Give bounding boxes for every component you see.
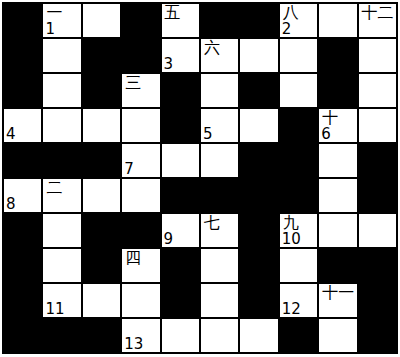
- white-cell-r8c3[interactable]: [122, 284, 159, 317]
- black-cell-r9c9: [359, 319, 396, 352]
- white-cell-r4c3[interactable]: 7: [122, 144, 159, 177]
- black-cell-r2c8: [319, 74, 356, 107]
- white-cell-r3c2[interactable]: [83, 109, 120, 142]
- across-clue-number-label: 2: [282, 21, 292, 37]
- black-cell-r7c4: [162, 249, 199, 282]
- black-cell-r1c8: [319, 39, 356, 72]
- white-cell-r5c2[interactable]: [83, 179, 120, 212]
- down-clue-kanji-label: 九: [283, 214, 299, 232]
- white-cell-r1c9[interactable]: [359, 39, 396, 72]
- black-cell-r7c6: [240, 249, 277, 282]
- across-clue-number-label: 10: [282, 231, 301, 247]
- white-cell-r2c1[interactable]: [43, 74, 80, 107]
- black-cell-r0c3: [122, 4, 159, 37]
- white-cell-r3c9[interactable]: [359, 109, 396, 142]
- white-cell-r7c3[interactable]: 四: [122, 249, 159, 282]
- across-clue-number-label: 7: [124, 161, 134, 177]
- white-cell-r7c7[interactable]: [280, 249, 317, 282]
- white-cell-r8c1[interactable]: 11: [43, 284, 80, 317]
- white-cell-r7c1[interactable]: [43, 249, 80, 282]
- white-cell-r3c8[interactable]: 十6: [319, 109, 356, 142]
- white-cell-r6c1[interactable]: [43, 214, 80, 247]
- black-cell-r8c6: [240, 284, 277, 317]
- black-cell-r7c2: [83, 249, 120, 282]
- white-cell-r8c2[interactable]: [83, 284, 120, 317]
- black-cell-r4c2: [83, 144, 120, 177]
- white-cell-r4c5[interactable]: [201, 144, 238, 177]
- white-cell-r2c3[interactable]: 三: [122, 74, 159, 107]
- black-cell-r2c6: [240, 74, 277, 107]
- black-cell-r9c1: [43, 319, 80, 352]
- white-cell-r9c4[interactable]: [162, 319, 199, 352]
- white-cell-r0c4[interactable]: 五: [162, 4, 199, 37]
- black-cell-r6c2: [83, 214, 120, 247]
- black-cell-r8c0: [4, 284, 41, 317]
- white-cell-r3c0[interactable]: 4: [4, 109, 41, 142]
- white-cell-r4c8[interactable]: [319, 144, 356, 177]
- across-clue-number-label: 6: [321, 126, 331, 142]
- down-clue-kanji-label: 二: [46, 179, 62, 197]
- black-cell-r8c4: [162, 284, 199, 317]
- white-cell-r2c9[interactable]: [359, 74, 396, 107]
- down-clue-kanji-label: 五: [165, 4, 181, 22]
- white-cell-r5c1[interactable]: 二: [43, 179, 80, 212]
- across-clue-number-label: 9: [164, 231, 174, 247]
- white-cell-r4c4[interactable]: [162, 144, 199, 177]
- down-clue-kanji-label: 四: [125, 249, 141, 267]
- black-cell-r7c8: [319, 249, 356, 282]
- white-cell-r0c7[interactable]: 八2: [280, 4, 317, 37]
- white-cell-r1c5[interactable]: 六: [201, 39, 238, 72]
- white-cell-r6c7[interactable]: 九10: [280, 214, 317, 247]
- black-cell-r0c5: [201, 4, 238, 37]
- black-cell-r4c1: [43, 144, 80, 177]
- white-cell-r1c7[interactable]: [280, 39, 317, 72]
- white-cell-r9c5[interactable]: [201, 319, 238, 352]
- white-cell-r0c2[interactable]: [83, 4, 120, 37]
- black-cell-r9c7: [280, 319, 317, 352]
- across-clue-number-label: 12: [282, 301, 301, 317]
- white-cell-r2c7[interactable]: [280, 74, 317, 107]
- white-cell-r2c5[interactable]: [201, 74, 238, 107]
- black-cell-r4c0: [4, 144, 41, 177]
- black-cell-r6c3: [122, 214, 159, 247]
- down-clue-kanji-label: 十: [322, 109, 338, 127]
- white-cell-r5c0[interactable]: 8: [4, 179, 41, 212]
- black-cell-r7c9: [359, 249, 396, 282]
- black-cell-r2c2: [83, 74, 120, 107]
- across-clue-number-label: 8: [6, 196, 16, 212]
- white-cell-r0c9[interactable]: 十二: [359, 4, 396, 37]
- black-cell-r5c4: [162, 179, 199, 212]
- black-cell-r2c0: [4, 74, 41, 107]
- white-cell-r6c4[interactable]: 9: [162, 214, 199, 247]
- down-clue-kanji-label: 十二: [362, 4, 394, 22]
- down-clue-kanji-label: 六: [204, 39, 220, 57]
- white-cell-r6c9[interactable]: [359, 214, 396, 247]
- white-cell-r3c5[interactable]: 5: [201, 109, 238, 142]
- black-cell-r8c9: [359, 284, 396, 317]
- black-cell-r4c6: [240, 144, 277, 177]
- white-cell-r3c6[interactable]: [240, 109, 277, 142]
- white-cell-r8c5[interactable]: [201, 284, 238, 317]
- across-clue-number-label: 3: [164, 56, 174, 72]
- across-clue-number-label: 13: [124, 336, 143, 352]
- white-cell-r1c4[interactable]: 3: [162, 39, 199, 72]
- across-clue-number-label: 4: [6, 126, 16, 142]
- white-cell-r8c8[interactable]: 十一: [319, 284, 356, 317]
- white-cell-r6c5[interactable]: 七: [201, 214, 238, 247]
- white-cell-r9c6[interactable]: [240, 319, 277, 352]
- white-cell-r7c5[interactable]: [201, 249, 238, 282]
- white-cell-r3c3[interactable]: [122, 109, 159, 142]
- black-cell-r0c6: [240, 4, 277, 37]
- black-cell-r6c0: [4, 214, 41, 247]
- across-clue-number-label: 11: [45, 301, 64, 317]
- down-clue-kanji-label: 三: [125, 74, 141, 92]
- black-cell-r1c0: [4, 39, 41, 72]
- black-cell-r5c5: [201, 179, 238, 212]
- black-cell-r1c3: [122, 39, 159, 72]
- black-cell-r3c4: [162, 109, 199, 142]
- down-clue-kanji-label: 一: [46, 4, 62, 22]
- white-cell-r5c8[interactable]: [319, 179, 356, 212]
- white-cell-r1c6[interactable]: [240, 39, 277, 72]
- white-cell-r8c7[interactable]: 12: [280, 284, 317, 317]
- crossword-grid: 一1五八2十二3六三45十678二9七九10四1112十一13: [2, 2, 398, 354]
- black-cell-r4c7: [280, 144, 317, 177]
- black-cell-r3c7: [280, 109, 317, 142]
- black-cell-r6c6: [240, 214, 277, 247]
- black-cell-r2c4: [162, 74, 199, 107]
- white-cell-r3c1[interactable]: [43, 109, 80, 142]
- white-cell-r0c1[interactable]: 一1: [43, 4, 80, 37]
- black-cell-r7c0: [4, 249, 41, 282]
- down-clue-kanji-label: 十一: [322, 284, 354, 302]
- white-cell-r5c3[interactable]: [122, 179, 159, 212]
- white-cell-r1c1[interactable]: [43, 39, 80, 72]
- black-cell-r5c9: [359, 179, 396, 212]
- white-cell-r9c3[interactable]: 13: [122, 319, 159, 352]
- black-cell-r9c2: [83, 319, 120, 352]
- black-cell-r4c9: [359, 144, 396, 177]
- black-cell-r9c0: [4, 319, 41, 352]
- white-cell-r6c8[interactable]: [319, 214, 356, 247]
- across-clue-number-label: 1: [45, 21, 55, 37]
- white-cell-r9c8[interactable]: [319, 319, 356, 352]
- white-cell-r0c8[interactable]: [319, 4, 356, 37]
- black-cell-r5c7: [280, 179, 317, 212]
- black-cell-r1c2: [83, 39, 120, 72]
- black-cell-r5c6: [240, 179, 277, 212]
- black-cell-r0c0: [4, 4, 41, 37]
- down-clue-kanji-label: 八: [283, 4, 299, 22]
- down-clue-kanji-label: 七: [204, 214, 220, 232]
- across-clue-number-label: 5: [203, 126, 213, 142]
